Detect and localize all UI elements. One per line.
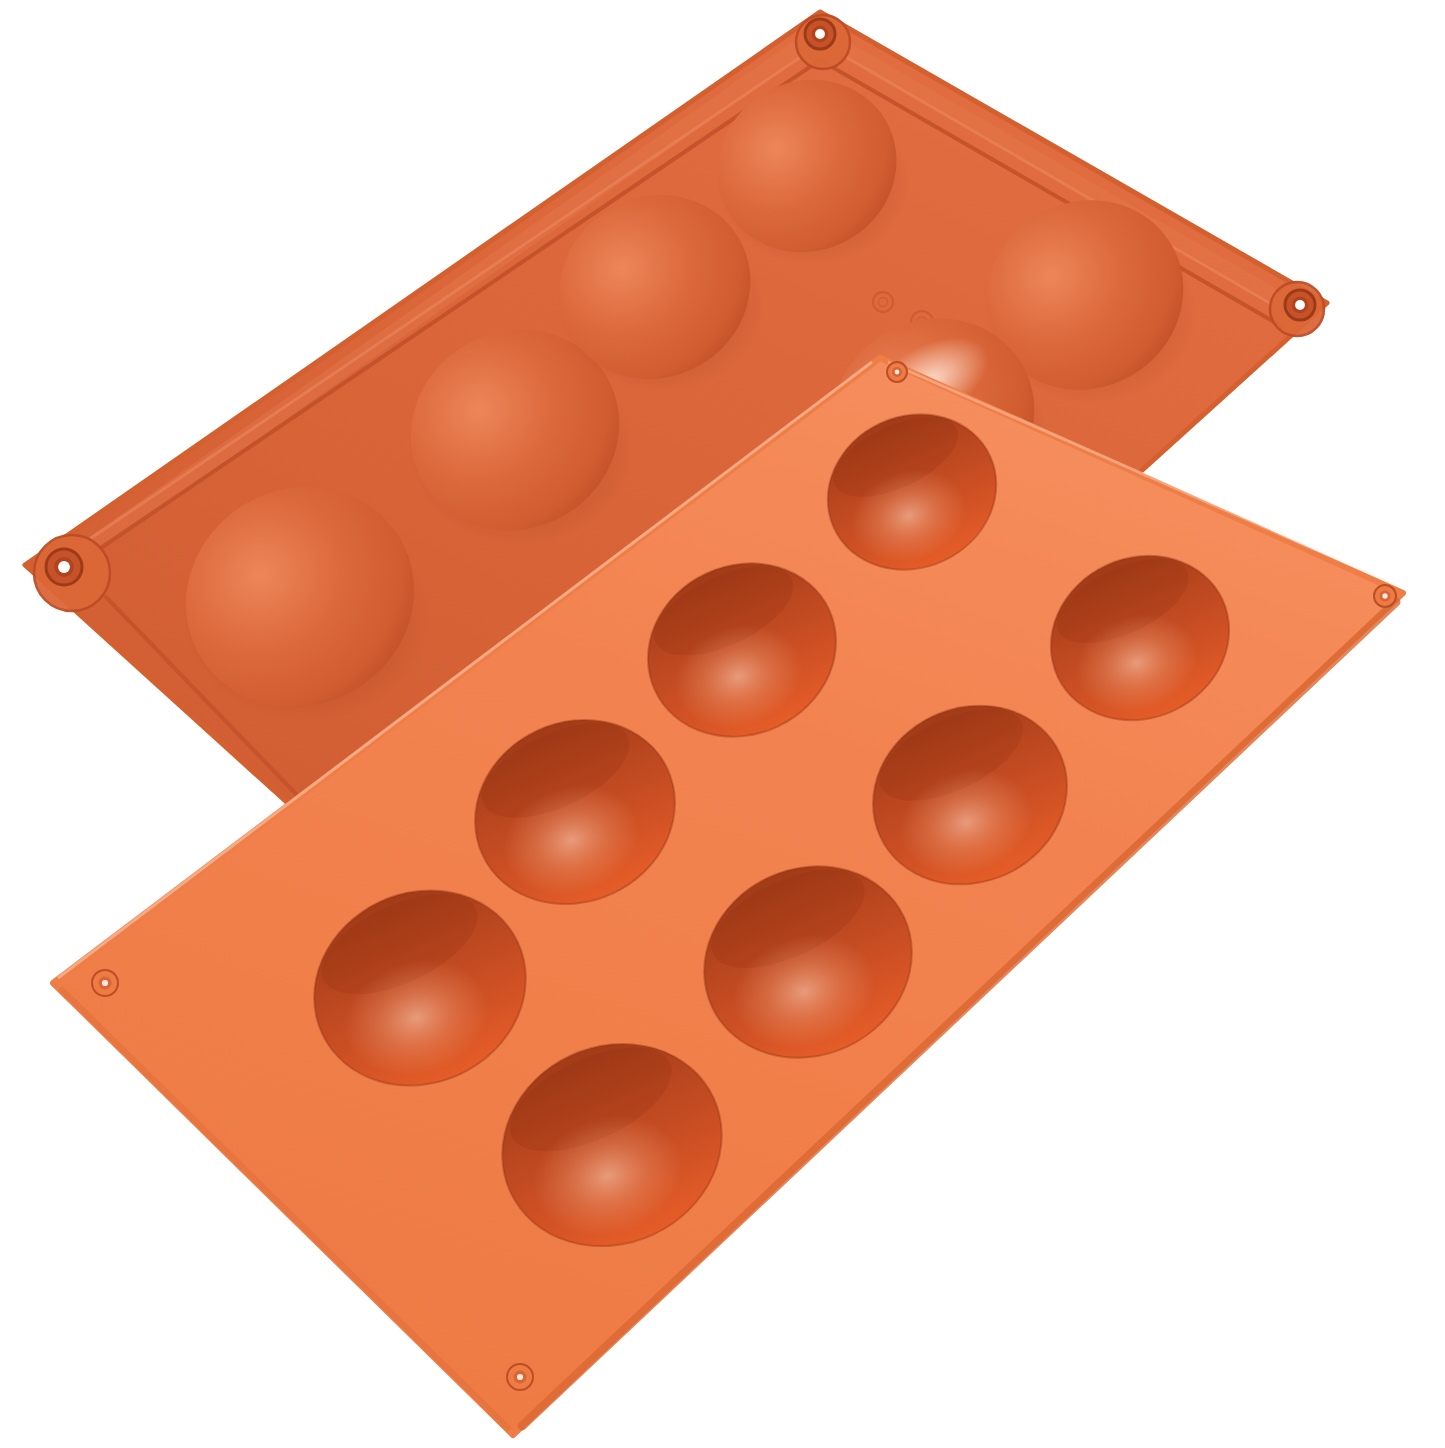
silicone-molds-photo: [0, 0, 1445, 1448]
hang-hole-through: [58, 561, 70, 573]
corner-dimple-hole: [1382, 593, 1387, 598]
corner-dimple-hole: [102, 980, 108, 986]
corner-dimple-hole: [895, 370, 900, 375]
hang-hole-through: [1295, 300, 1305, 310]
hang-hole-through: [815, 29, 825, 39]
corner-dimple-hole: [517, 1374, 523, 1380]
product-photo-canvas: [0, 0, 1445, 1448]
